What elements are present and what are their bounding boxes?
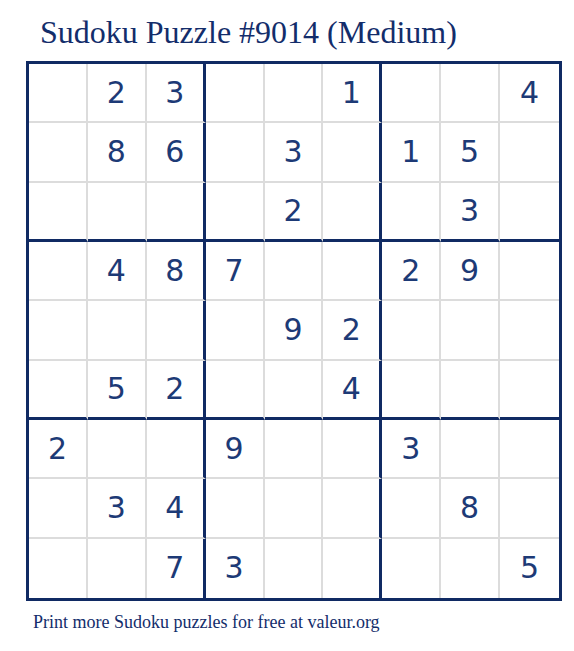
cell-r2c7[interactable]: 1 — [382, 123, 441, 182]
cell-r5c4[interactable] — [206, 301, 265, 360]
cell-r9c5[interactable] — [265, 539, 324, 598]
cell-r7c7[interactable]: 3 — [382, 420, 441, 479]
cell-r3c7[interactable] — [382, 183, 441, 242]
cell-r5c3[interactable] — [147, 301, 206, 360]
cell-r8c9[interactable] — [500, 479, 559, 538]
cell-r2c5[interactable]: 3 — [265, 123, 324, 182]
cell-r7c8[interactable] — [441, 420, 500, 479]
cell-r8c4[interactable] — [206, 479, 265, 538]
cell-r6c1[interactable] — [29, 361, 88, 420]
cell-r6c5[interactable] — [265, 361, 324, 420]
cell-r2c9[interactable] — [500, 123, 559, 182]
page: Sudoku Puzzle #9014 (Medium) 23148631523… — [0, 0, 574, 651]
cell-r6c8[interactable] — [441, 361, 500, 420]
cell-r1c7[interactable] — [382, 64, 441, 123]
cell-r8c5[interactable] — [265, 479, 324, 538]
sudoku-board: 231486315234872992524293348735 — [26, 61, 562, 601]
cell-r2c6[interactable] — [323, 123, 382, 182]
cell-r1c5[interactable] — [265, 64, 324, 123]
cell-r4c8[interactable]: 9 — [441, 242, 500, 301]
cell-r4c7[interactable]: 2 — [382, 242, 441, 301]
cell-r7c5[interactable] — [265, 420, 324, 479]
cell-r1c8[interactable] — [441, 64, 500, 123]
cell-r8c2[interactable]: 3 — [88, 479, 147, 538]
cell-r6c2[interactable]: 5 — [88, 361, 147, 420]
cell-r1c2[interactable]: 2 — [88, 64, 147, 123]
cell-r5c7[interactable] — [382, 301, 441, 360]
cell-r8c6[interactable] — [323, 479, 382, 538]
cell-r1c3[interactable]: 3 — [147, 64, 206, 123]
cell-r3c8[interactable]: 3 — [441, 183, 500, 242]
cell-r4c2[interactable]: 4 — [88, 242, 147, 301]
cell-r6c3[interactable]: 2 — [147, 361, 206, 420]
cell-r3c2[interactable] — [88, 183, 147, 242]
cell-r4c9[interactable] — [500, 242, 559, 301]
cell-r9c4[interactable]: 3 — [206, 539, 265, 598]
cell-r6c4[interactable] — [206, 361, 265, 420]
cell-r4c6[interactable] — [323, 242, 382, 301]
cell-r7c9[interactable] — [500, 420, 559, 479]
cell-r8c3[interactable]: 4 — [147, 479, 206, 538]
cell-r9c6[interactable] — [323, 539, 382, 598]
cell-r4c3[interactable]: 8 — [147, 242, 206, 301]
cell-r3c5[interactable]: 2 — [265, 183, 324, 242]
cell-r9c9[interactable]: 5 — [500, 539, 559, 598]
cell-r1c4[interactable] — [206, 64, 265, 123]
cell-r3c1[interactable] — [29, 183, 88, 242]
cell-r9c7[interactable] — [382, 539, 441, 598]
cell-r5c2[interactable] — [88, 301, 147, 360]
cell-r3c9[interactable] — [500, 183, 559, 242]
cell-r7c2[interactable] — [88, 420, 147, 479]
cell-r6c6[interactable]: 4 — [323, 361, 382, 420]
cell-r2c8[interactable]: 5 — [441, 123, 500, 182]
cell-r4c4[interactable]: 7 — [206, 242, 265, 301]
cell-r6c9[interactable] — [500, 361, 559, 420]
cell-r5c1[interactable] — [29, 301, 88, 360]
cell-r6c7[interactable] — [382, 361, 441, 420]
cell-r1c9[interactable]: 4 — [500, 64, 559, 123]
cell-r9c8[interactable] — [441, 539, 500, 598]
cell-r3c4[interactable] — [206, 183, 265, 242]
cell-r7c1[interactable]: 2 — [29, 420, 88, 479]
cell-r5c9[interactable] — [500, 301, 559, 360]
cell-r4c1[interactable] — [29, 242, 88, 301]
cell-r9c3[interactable]: 7 — [147, 539, 206, 598]
cell-r9c2[interactable] — [88, 539, 147, 598]
page-title: Sudoku Puzzle #9014 (Medium) — [40, 14, 457, 51]
footer-text: Print more Sudoku puzzles for free at va… — [33, 612, 380, 633]
cell-r5c6[interactable]: 2 — [323, 301, 382, 360]
cell-r7c6[interactable] — [323, 420, 382, 479]
cell-r2c4[interactable] — [206, 123, 265, 182]
cell-r8c1[interactable] — [29, 479, 88, 538]
cell-r7c3[interactable] — [147, 420, 206, 479]
cell-r2c1[interactable] — [29, 123, 88, 182]
cell-r5c5[interactable]: 9 — [265, 301, 324, 360]
cell-r8c7[interactable] — [382, 479, 441, 538]
cell-r1c6[interactable]: 1 — [323, 64, 382, 123]
cell-r3c6[interactable] — [323, 183, 382, 242]
cell-r1c1[interactable] — [29, 64, 88, 123]
cell-r5c8[interactable] — [441, 301, 500, 360]
cell-r4c5[interactable] — [265, 242, 324, 301]
cell-r8c8[interactable]: 8 — [441, 479, 500, 538]
cell-r9c1[interactable] — [29, 539, 88, 598]
cell-r2c3[interactable]: 6 — [147, 123, 206, 182]
cell-r3c3[interactable] — [147, 183, 206, 242]
cell-r7c4[interactable]: 9 — [206, 420, 265, 479]
cell-r2c2[interactable]: 8 — [88, 123, 147, 182]
